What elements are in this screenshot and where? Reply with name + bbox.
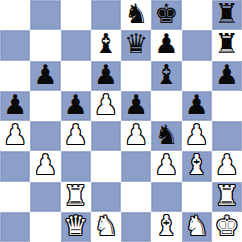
square-a8[interactable] [0,0,30,30]
square-d5[interactable]: ♟ [91,91,121,121]
piece-black-pawn[interactable]: ♟ [94,61,118,90]
piece-black-pawn[interactable]: ♟ [33,61,57,90]
square-h8[interactable]: ♜ [212,0,242,30]
square-b4[interactable] [30,121,60,151]
square-g4[interactable]: ♟ [182,121,212,151]
square-a6[interactable] [0,61,30,91]
square-f2[interactable] [151,182,181,212]
square-g1[interactable]: ♞ [182,212,212,242]
square-c7[interactable] [61,30,91,60]
square-c1[interactable]: ♛ [61,212,91,242]
piece-black-king[interactable]: ♚ [154,0,178,29]
square-e1[interactable] [121,212,151,242]
square-e5[interactable]: ♟ [121,91,151,121]
square-f8[interactable]: ♚ [151,0,181,30]
chess-board: ♞♚♜♝♛♟♜♟♟♝♟♟♟♟♟♟♟♟♟♞♟♟♟♝♟♜♜♛♞♝♞♚ [0,0,242,242]
square-b2[interactable] [30,182,60,212]
square-a2[interactable] [0,182,30,212]
piece-white-pawn[interactable]: ♟ [3,121,27,150]
piece-black-bishop[interactable]: ♝ [94,30,118,59]
piece-black-pawn[interactable]: ♟ [154,30,178,59]
square-c5[interactable]: ♟ [61,91,91,121]
piece-white-pawn[interactable]: ♟ [124,121,148,150]
piece-white-rook[interactable]: ♜ [215,182,239,211]
square-a4[interactable]: ♟ [0,121,30,151]
square-a5[interactable]: ♟ [0,91,30,121]
square-d8[interactable] [91,0,121,30]
square-b3[interactable]: ♟ [30,151,60,181]
square-b8[interactable] [30,0,60,30]
square-c3[interactable] [61,151,91,181]
square-d2[interactable] [91,182,121,212]
square-f6[interactable]: ♝ [151,61,181,91]
square-d7[interactable]: ♝ [91,30,121,60]
piece-black-rook[interactable]: ♜ [215,0,239,29]
piece-black-knight[interactable]: ♞ [154,121,178,150]
square-f7[interactable]: ♟ [151,30,181,60]
piece-white-pawn[interactable]: ♟ [215,151,239,180]
square-a7[interactable] [0,30,30,60]
square-h3[interactable]: ♟ [212,151,242,181]
square-a1[interactable] [0,212,30,242]
square-d1[interactable]: ♞ [91,212,121,242]
square-b5[interactable] [30,91,60,121]
square-f3[interactable]: ♟ [151,151,181,181]
square-h1[interactable]: ♚ [212,212,242,242]
square-e7[interactable]: ♛ [121,30,151,60]
square-d3[interactable] [91,151,121,181]
square-g2[interactable] [182,182,212,212]
piece-black-pawn[interactable]: ♟ [64,91,88,120]
square-d4[interactable] [91,121,121,151]
square-g6[interactable] [182,61,212,91]
square-h4[interactable] [212,121,242,151]
square-f4[interactable]: ♞ [151,121,181,151]
square-e6[interactable] [121,61,151,91]
piece-white-bishop[interactable]: ♝ [185,151,209,180]
square-h2[interactable]: ♜ [212,182,242,212]
square-e8[interactable]: ♞ [121,0,151,30]
square-c6[interactable] [61,61,91,91]
piece-white-queen[interactable]: ♛ [64,212,88,241]
piece-white-bishop[interactable]: ♝ [154,212,178,241]
square-f5[interactable] [151,91,181,121]
square-g3[interactable]: ♝ [182,151,212,181]
square-b1[interactable] [30,212,60,242]
square-b7[interactable] [30,30,60,60]
square-g5[interactable]: ♟ [182,91,212,121]
piece-white-knight[interactable]: ♞ [185,212,209,241]
piece-black-bishop[interactable]: ♝ [154,61,178,90]
square-e4[interactable]: ♟ [121,121,151,151]
piece-black-pawn[interactable]: ♟ [124,91,148,120]
piece-white-king[interactable]: ♚ [215,212,239,241]
piece-white-knight[interactable]: ♞ [94,212,118,241]
square-d6[interactable]: ♟ [91,61,121,91]
piece-white-pawn[interactable]: ♟ [185,121,209,150]
piece-black-pawn[interactable]: ♟ [3,91,27,120]
square-h6[interactable]: ♟ [212,61,242,91]
piece-white-rook[interactable]: ♜ [64,182,88,211]
square-b6[interactable]: ♟ [30,61,60,91]
square-a3[interactable] [0,151,30,181]
piece-white-pawn[interactable]: ♟ [33,151,57,180]
square-c2[interactable]: ♜ [61,182,91,212]
piece-black-rook[interactable]: ♜ [215,30,239,59]
piece-black-queen[interactable]: ♛ [124,30,148,59]
piece-white-pawn[interactable]: ♟ [64,121,88,150]
square-f1[interactable]: ♝ [151,212,181,242]
square-g7[interactable] [182,30,212,60]
square-h7[interactable]: ♜ [212,30,242,60]
piece-black-pawn[interactable]: ♟ [185,91,209,120]
square-e2[interactable] [121,182,151,212]
square-g8[interactable] [182,0,212,30]
square-c8[interactable] [61,0,91,30]
piece-black-knight[interactable]: ♞ [124,0,148,29]
piece-white-pawn[interactable]: ♟ [94,91,118,120]
piece-black-pawn[interactable]: ♟ [215,61,239,90]
piece-white-pawn[interactable]: ♟ [154,151,178,180]
square-h5[interactable] [212,91,242,121]
square-e3[interactable] [121,151,151,181]
square-c4[interactable]: ♟ [61,121,91,151]
